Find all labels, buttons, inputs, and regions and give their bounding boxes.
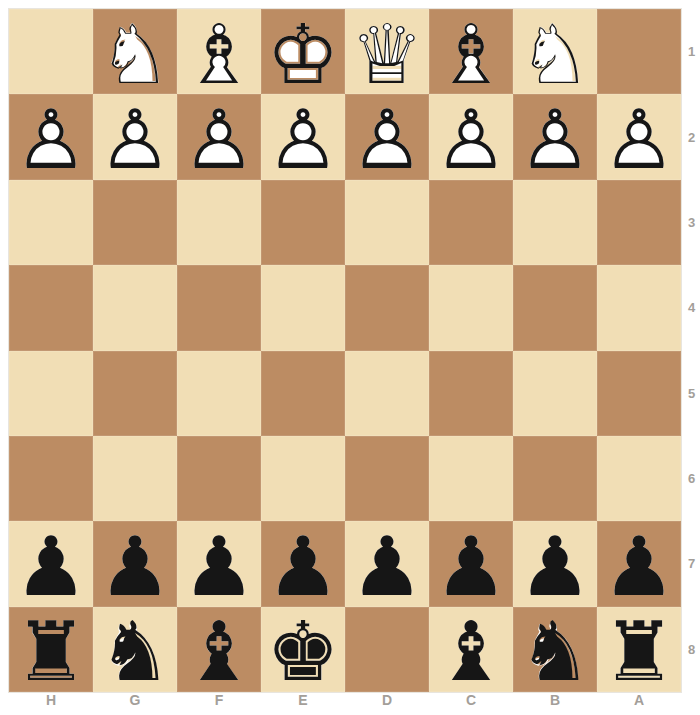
file-label-f: F bbox=[177, 691, 261, 708]
square-c1[interactable]: ♝♗ bbox=[429, 9, 513, 94]
piece-black-pawn[interactable]: ♙♟ bbox=[597, 521, 681, 606]
square-c5[interactable] bbox=[429, 351, 513, 436]
square-e8[interactable]: ♔♚ bbox=[261, 607, 345, 692]
black-rook-icon: ♜ bbox=[9, 610, 93, 695]
black-knight-icon: ♞ bbox=[93, 610, 177, 695]
chess-board: ♞♘♝♗♚♔♛♕♝♗♞♘♟♙♟♙♟♙♟♙♟♙♟♙♟♙♟♙♙♟♙♟♙♟♙♟♙♟♙♟… bbox=[9, 9, 681, 692]
square-g6[interactable] bbox=[93, 436, 177, 521]
piece-fill-layer: ♛ bbox=[345, 12, 429, 97]
piece-white-pawn[interactable]: ♟♙ bbox=[9, 94, 93, 179]
piece-white-king[interactable]: ♚♔ bbox=[261, 9, 345, 94]
file-label-h: H bbox=[9, 691, 93, 708]
piece-white-queen[interactable]: ♛♕ bbox=[345, 9, 429, 94]
white-pawn-icon: ♙ bbox=[513, 97, 597, 182]
square-c4[interactable] bbox=[429, 265, 513, 350]
piece-black-rook[interactable]: ♖♜ bbox=[9, 607, 93, 692]
file-label-g: G bbox=[93, 691, 177, 708]
black-pawn-icon: ♟ bbox=[93, 524, 177, 609]
piece-fill-layer: ♙ bbox=[261, 524, 345, 609]
black-king-icon: ♚ bbox=[261, 610, 345, 695]
file-label-b: B bbox=[513, 691, 597, 708]
piece-black-knight[interactable]: ♘♞ bbox=[513, 607, 597, 692]
square-f6[interactable] bbox=[177, 436, 261, 521]
piece-black-pawn[interactable]: ♙♟ bbox=[261, 521, 345, 606]
piece-black-pawn[interactable]: ♙♟ bbox=[345, 521, 429, 606]
white-bishop-icon: ♗ bbox=[177, 12, 261, 97]
white-pawn-icon: ♙ bbox=[597, 97, 681, 182]
square-d7[interactable]: ♙♟ bbox=[345, 521, 429, 606]
black-bishop-icon: ♝ bbox=[429, 610, 513, 695]
rank-label-4: 4 bbox=[683, 265, 700, 350]
black-rook-icon: ♜ bbox=[597, 610, 681, 695]
square-f3[interactable] bbox=[177, 180, 261, 265]
square-d2[interactable]: ♟♙ bbox=[345, 94, 429, 179]
piece-white-pawn[interactable]: ♟♙ bbox=[177, 94, 261, 179]
square-h8[interactable]: ♖♜ bbox=[9, 607, 93, 692]
square-a5[interactable] bbox=[597, 351, 681, 436]
square-b2[interactable]: ♟♙ bbox=[513, 94, 597, 179]
piece-white-pawn[interactable]: ♟♙ bbox=[93, 94, 177, 179]
square-d1[interactable]: ♛♕ bbox=[345, 9, 429, 94]
square-a3[interactable] bbox=[597, 180, 681, 265]
white-pawn-icon: ♙ bbox=[177, 97, 261, 182]
white-king-icon: ♔ bbox=[261, 12, 345, 97]
piece-white-knight[interactable]: ♞♘ bbox=[513, 9, 597, 94]
square-b8[interactable]: ♘♞ bbox=[513, 607, 597, 692]
file-label-c: C bbox=[429, 691, 513, 708]
piece-fill-layer: ♞ bbox=[513, 12, 597, 97]
square-f5[interactable] bbox=[177, 351, 261, 436]
black-pawn-icon: ♟ bbox=[261, 524, 345, 609]
square-e3[interactable] bbox=[261, 180, 345, 265]
square-e2[interactable]: ♟♙ bbox=[261, 94, 345, 179]
black-pawn-icon: ♟ bbox=[177, 524, 261, 609]
piece-fill-layer: ♟ bbox=[261, 97, 345, 182]
black-pawn-icon: ♟ bbox=[513, 524, 597, 609]
piece-fill-layer: ♗ bbox=[429, 610, 513, 695]
square-e4[interactable] bbox=[261, 265, 345, 350]
square-f1[interactable]: ♝♗ bbox=[177, 9, 261, 94]
piece-fill-layer: ♟ bbox=[177, 97, 261, 182]
piece-fill-layer: ♚ bbox=[261, 12, 345, 97]
square-a1[interactable] bbox=[597, 9, 681, 94]
white-queen-icon: ♕ bbox=[345, 12, 429, 97]
square-c8[interactable]: ♗♝ bbox=[429, 607, 513, 692]
file-label-d: D bbox=[345, 691, 429, 708]
piece-fill-layer: ♙ bbox=[429, 524, 513, 609]
square-b5[interactable] bbox=[513, 351, 597, 436]
square-h7[interactable]: ♙♟ bbox=[9, 521, 93, 606]
square-c3[interactable] bbox=[429, 180, 513, 265]
square-c2[interactable]: ♟♙ bbox=[429, 94, 513, 179]
piece-black-pawn[interactable]: ♙♟ bbox=[93, 521, 177, 606]
square-d5[interactable] bbox=[345, 351, 429, 436]
piece-white-pawn[interactable]: ♟♙ bbox=[597, 94, 681, 179]
square-d3[interactable] bbox=[345, 180, 429, 265]
square-e1[interactable]: ♚♔ bbox=[261, 9, 345, 94]
white-pawn-icon: ♙ bbox=[345, 97, 429, 182]
piece-black-king[interactable]: ♔♚ bbox=[261, 607, 345, 692]
square-f8[interactable]: ♗♝ bbox=[177, 607, 261, 692]
black-pawn-icon: ♟ bbox=[429, 524, 513, 609]
piece-white-pawn[interactable]: ♟♙ bbox=[513, 94, 597, 179]
piece-fill-layer: ♘ bbox=[93, 610, 177, 695]
piece-fill-layer: ♟ bbox=[597, 97, 681, 182]
square-e6[interactable] bbox=[261, 436, 345, 521]
piece-white-bishop[interactable]: ♝♗ bbox=[429, 9, 513, 94]
piece-black-rook[interactable]: ♖♜ bbox=[597, 607, 681, 692]
piece-fill-layer: ♗ bbox=[177, 610, 261, 695]
square-g4[interactable] bbox=[93, 265, 177, 350]
piece-fill-layer: ♝ bbox=[177, 12, 261, 97]
piece-black-bishop[interactable]: ♗♝ bbox=[177, 607, 261, 692]
chess-app: ♞♘♝♗♚♔♛♕♝♗♞♘♟♙♟♙♟♙♟♙♟♙♟♙♟♙♟♙♙♟♙♟♙♟♙♟♙♟♙♟… bbox=[0, 0, 700, 715]
square-g8[interactable]: ♘♞ bbox=[93, 607, 177, 692]
piece-fill-layer: ♟ bbox=[429, 97, 513, 182]
piece-fill-layer: ♖ bbox=[597, 610, 681, 695]
piece-black-pawn[interactable]: ♙♟ bbox=[177, 521, 261, 606]
black-pawn-icon: ♟ bbox=[9, 524, 93, 609]
rank-label-2: 2 bbox=[683, 94, 700, 179]
square-d4[interactable] bbox=[345, 265, 429, 350]
piece-white-pawn[interactable]: ♟♙ bbox=[429, 94, 513, 179]
square-h2[interactable]: ♟♙ bbox=[9, 94, 93, 179]
piece-fill-layer: ♖ bbox=[9, 610, 93, 695]
square-g1[interactable]: ♞♘ bbox=[93, 9, 177, 94]
piece-fill-layer: ♙ bbox=[93, 524, 177, 609]
piece-fill-layer: ♞ bbox=[93, 12, 177, 97]
piece-fill-layer: ♙ bbox=[177, 524, 261, 609]
square-h5[interactable] bbox=[9, 351, 93, 436]
file-coordinates: HGFEDCBA bbox=[9, 691, 681, 708]
piece-black-pawn[interactable]: ♙♟ bbox=[9, 521, 93, 606]
piece-fill-layer: ♝ bbox=[429, 12, 513, 97]
white-pawn-icon: ♙ bbox=[429, 97, 513, 182]
rank-label-8: 8 bbox=[683, 607, 700, 692]
white-pawn-icon: ♙ bbox=[9, 97, 93, 182]
white-pawn-icon: ♙ bbox=[261, 97, 345, 182]
rank-label-1: 1 bbox=[683, 9, 700, 94]
piece-fill-layer: ♘ bbox=[513, 610, 597, 695]
square-b3[interactable] bbox=[513, 180, 597, 265]
piece-fill-layer: ♟ bbox=[345, 97, 429, 182]
rank-label-7: 7 bbox=[683, 521, 700, 606]
piece-white-pawn[interactable]: ♟♙ bbox=[345, 94, 429, 179]
piece-black-knight[interactable]: ♘♞ bbox=[93, 607, 177, 692]
piece-fill-layer: ♟ bbox=[513, 97, 597, 182]
square-b4[interactable] bbox=[513, 265, 597, 350]
square-e7[interactable]: ♙♟ bbox=[261, 521, 345, 606]
file-label-e: E bbox=[261, 691, 345, 708]
square-h6[interactable] bbox=[9, 436, 93, 521]
black-pawn-icon: ♟ bbox=[597, 524, 681, 609]
rank-label-5: 5 bbox=[683, 351, 700, 436]
black-pawn-icon: ♟ bbox=[345, 524, 429, 609]
piece-white-pawn[interactable]: ♟♙ bbox=[261, 94, 345, 179]
piece-black-pawn[interactable]: ♙♟ bbox=[513, 521, 597, 606]
square-d6[interactable] bbox=[345, 436, 429, 521]
white-bishop-icon: ♗ bbox=[429, 12, 513, 97]
piece-black-bishop[interactable]: ♗♝ bbox=[429, 607, 513, 692]
piece-fill-layer: ♙ bbox=[9, 524, 93, 609]
piece-white-knight[interactable]: ♞♘ bbox=[93, 9, 177, 94]
square-a6[interactable] bbox=[597, 436, 681, 521]
square-a2[interactable]: ♟♙ bbox=[597, 94, 681, 179]
piece-fill-layer: ♙ bbox=[513, 524, 597, 609]
file-label-a: A bbox=[597, 691, 681, 708]
square-b1[interactable]: ♞♘ bbox=[513, 9, 597, 94]
piece-fill-layer: ♙ bbox=[345, 524, 429, 609]
square-f2[interactable]: ♟♙ bbox=[177, 94, 261, 179]
square-h1[interactable] bbox=[9, 9, 93, 94]
rank-coordinates: 12345678 bbox=[683, 9, 700, 692]
black-bishop-icon: ♝ bbox=[177, 610, 261, 695]
white-knight-icon: ♘ bbox=[93, 12, 177, 97]
square-f4[interactable] bbox=[177, 265, 261, 350]
square-c6[interactable] bbox=[429, 436, 513, 521]
square-d8[interactable] bbox=[345, 607, 429, 692]
black-knight-icon: ♞ bbox=[513, 610, 597, 695]
rank-label-3: 3 bbox=[683, 180, 700, 265]
piece-fill-layer: ♟ bbox=[93, 97, 177, 182]
square-e5[interactable] bbox=[261, 351, 345, 436]
square-b6[interactable] bbox=[513, 436, 597, 521]
square-c7[interactable]: ♙♟ bbox=[429, 521, 513, 606]
piece-fill-layer: ♟ bbox=[9, 97, 93, 182]
square-g2[interactable]: ♟♙ bbox=[93, 94, 177, 179]
piece-black-pawn[interactable]: ♙♟ bbox=[429, 521, 513, 606]
square-f7[interactable]: ♙♟ bbox=[177, 521, 261, 606]
square-a4[interactable] bbox=[597, 265, 681, 350]
square-b7[interactable]: ♙♟ bbox=[513, 521, 597, 606]
rank-label-6: 6 bbox=[683, 436, 700, 521]
piece-fill-layer: ♔ bbox=[261, 610, 345, 695]
square-a7[interactable]: ♙♟ bbox=[597, 521, 681, 606]
square-h4[interactable] bbox=[9, 265, 93, 350]
piece-white-bishop[interactable]: ♝♗ bbox=[177, 9, 261, 94]
square-g5[interactable] bbox=[93, 351, 177, 436]
square-a8[interactable]: ♖♜ bbox=[597, 607, 681, 692]
square-g7[interactable]: ♙♟ bbox=[93, 521, 177, 606]
square-g3[interactable] bbox=[93, 180, 177, 265]
white-knight-icon: ♘ bbox=[513, 12, 597, 97]
square-h3[interactable] bbox=[9, 180, 93, 265]
piece-fill-layer: ♙ bbox=[597, 524, 681, 609]
white-pawn-icon: ♙ bbox=[93, 97, 177, 182]
